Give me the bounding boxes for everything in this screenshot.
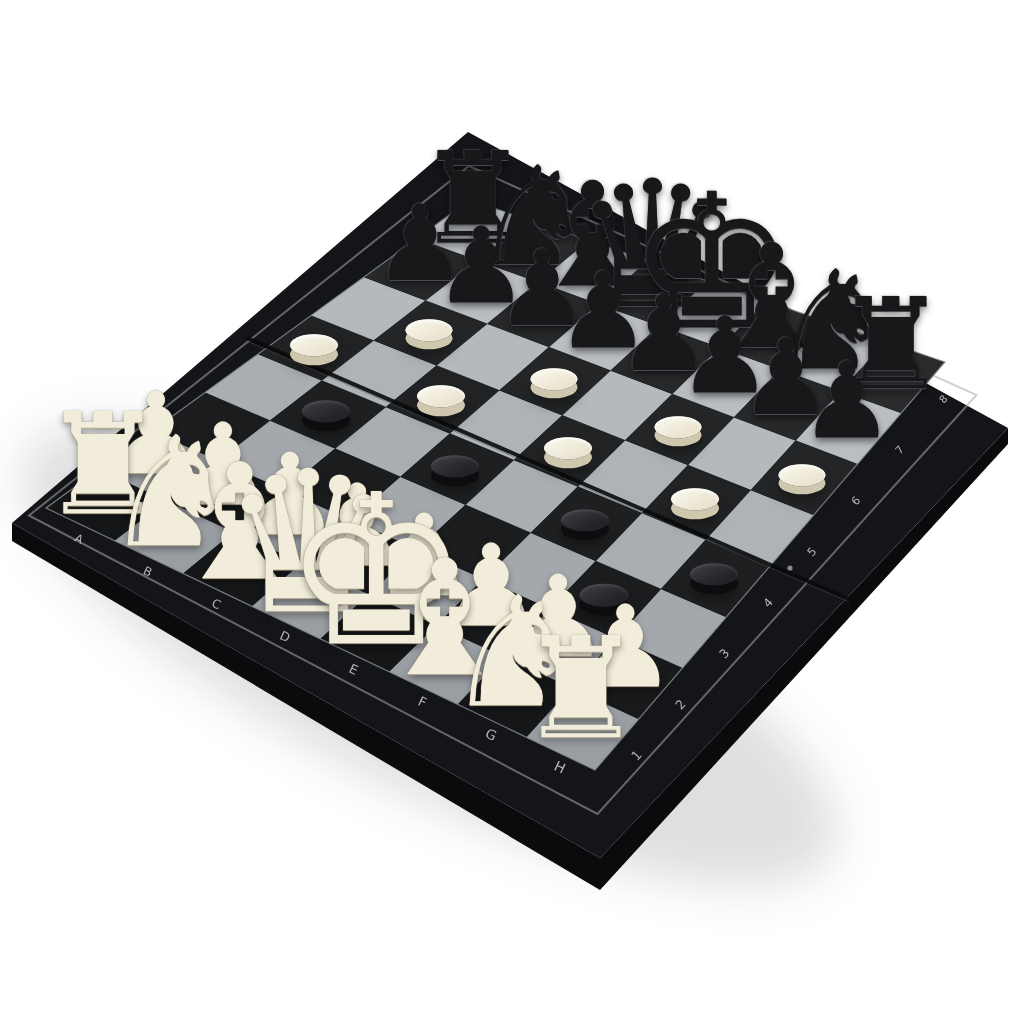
hinge-clasp-dot (787, 565, 792, 570)
chess-set-photo: ABCDEFGH12345678 ♜♞♝♛♚♝♞♜♟♟♟♟♟♟♟♟♟♟♟♟♟♟♟… (0, 0, 1010, 1010)
chess-board: ABCDEFGH12345678 (0, 0, 1010, 1010)
